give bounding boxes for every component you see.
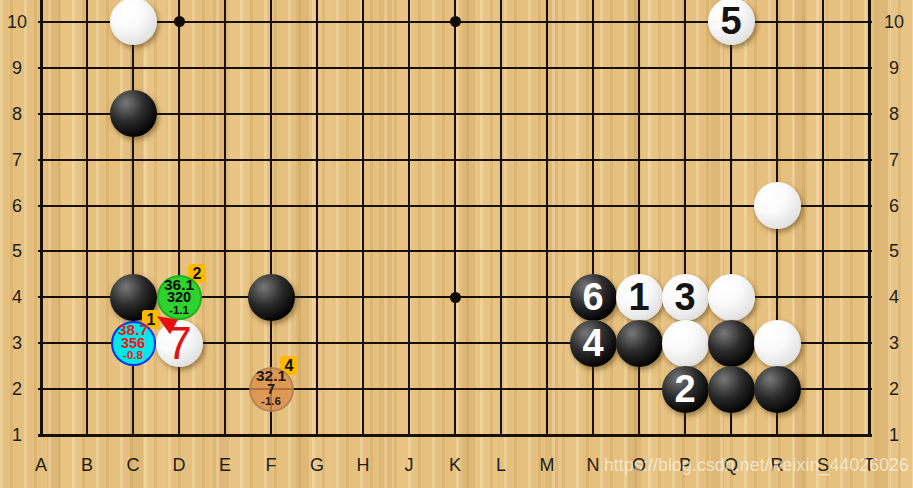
row-label-right-7: 7 — [877, 147, 911, 173]
move-number-P4: 3 — [674, 274, 695, 321]
grid-line-col-N — [592, 0, 594, 437]
grid-line-row-9 — [38, 67, 872, 69]
stone-R6[interactable] — [754, 182, 801, 229]
grid-line-col-S — [822, 0, 824, 437]
stone-N4[interactable]: 6 — [570, 274, 617, 321]
analysis-value-F2-1: 7 — [267, 383, 275, 396]
stone-P2[interactable]: 2 — [662, 366, 709, 413]
grid-line-row-8 — [38, 113, 872, 115]
col-label-A: A — [26, 452, 56, 478]
row-label-left-10: 10 — [0, 9, 34, 35]
stone-C8[interactable] — [110, 90, 157, 137]
csdn-watermark: https://blog.csdn.net/weixin_44026026 — [604, 455, 909, 476]
stone-Q2[interactable] — [708, 366, 755, 413]
stone-P4[interactable]: 3 — [662, 274, 709, 321]
grid-line-col-O — [638, 0, 640, 437]
grid-line-row-1 — [38, 434, 872, 437]
go-board-screenshot: 5761342138.7356-0.8236.1320-1.1432.17-1.… — [0, 0, 913, 488]
col-label-J: J — [394, 452, 424, 478]
analysis-circle-C3[interactable]: 38.7356-0.8 — [111, 321, 156, 366]
analysis-value-C3-2: -0.8 — [123, 349, 143, 362]
grid-line-col-D — [178, 0, 180, 437]
row-label-right-9: 9 — [877, 55, 911, 81]
col-label-G: G — [302, 452, 332, 478]
grid-line-col-J — [408, 0, 410, 437]
row-label-left-5: 5 — [0, 238, 34, 264]
col-label-D: D — [164, 452, 194, 478]
move-number-O4: 1 — [628, 274, 649, 321]
move-number-N3: 4 — [582, 320, 603, 367]
row-label-left-6: 6 — [0, 193, 34, 219]
stone-D3[interactable]: 7 — [156, 320, 203, 367]
analysis-value-D4-2: -1.1 — [169, 304, 189, 317]
row-label-right-8: 8 — [877, 101, 911, 127]
grid-line-col-K — [454, 0, 456, 437]
grid-line-row-7 — [38, 159, 872, 161]
row-label-right-4: 4 — [877, 284, 911, 310]
row-label-right-1: 1 — [877, 422, 911, 448]
col-label-C: C — [118, 452, 148, 478]
move-number-N4: 6 — [582, 274, 603, 321]
row-label-right-5: 5 — [877, 238, 911, 264]
stone-P3[interactable] — [662, 320, 709, 367]
analysis-value-D4-1: 320 — [167, 291, 191, 304]
stone-C10[interactable] — [110, 0, 157, 45]
row-label-left-8: 8 — [0, 101, 34, 127]
row-label-left-7: 7 — [0, 147, 34, 173]
row-label-right-3: 3 — [877, 330, 911, 356]
col-label-M: M — [532, 452, 562, 478]
grid-line-col-A — [40, 0, 43, 437]
row-label-left-1: 1 — [0, 422, 34, 448]
col-label-H: H — [348, 452, 378, 478]
move-number-Q10: 5 — [720, 0, 741, 45]
stone-R2[interactable] — [754, 366, 801, 413]
grid-line-col-M — [546, 0, 548, 437]
grid-line-col-B — [86, 0, 88, 437]
analysis-value-F2-2: -1.6 — [261, 395, 281, 408]
col-label-K: K — [440, 452, 470, 478]
grid-line-col-T — [868, 0, 871, 437]
goban[interactable]: 5761342138.7356-0.8236.1320-1.1432.17-1.… — [0, 0, 913, 488]
col-label-F: F — [256, 452, 286, 478]
analysis-circle-D4[interactable]: 36.1320-1.1 — [157, 275, 202, 320]
col-label-L: L — [486, 452, 516, 478]
row-label-right-10: 10 — [877, 9, 911, 35]
stone-O4[interactable]: 1 — [616, 274, 663, 321]
stone-F4[interactable] — [248, 274, 295, 321]
row-label-left-3: 3 — [0, 330, 34, 356]
stone-N3[interactable]: 4 — [570, 320, 617, 367]
stone-Q3[interactable] — [708, 320, 755, 367]
analysis-value-C3-1: 356 — [121, 337, 145, 350]
analysis-circle-F2[interactable]: 32.17-1.6 — [249, 367, 294, 412]
move-number-P2: 2 — [674, 366, 695, 413]
grid-line-col-C — [132, 0, 134, 437]
grid-line-col-G — [316, 0, 318, 437]
grid-line-col-E — [224, 0, 226, 437]
star-point-D10 — [174, 16, 185, 27]
row-label-left-4: 4 — [0, 284, 34, 310]
col-label-B: B — [72, 452, 102, 478]
col-label-E: E — [210, 452, 240, 478]
stone-O3[interactable] — [616, 320, 663, 367]
star-point-K4 — [450, 292, 461, 303]
grid-line-col-L — [500, 0, 502, 437]
row-label-right-2: 2 — [877, 376, 911, 402]
row-label-left-2: 2 — [0, 376, 34, 402]
grid-line-row-6 — [38, 205, 872, 207]
grid-line-col-H — [362, 0, 364, 437]
row-label-left-9: 9 — [0, 55, 34, 81]
row-label-right-6: 6 — [877, 193, 911, 219]
star-point-K10 — [450, 16, 461, 27]
stone-Q4[interactable] — [708, 274, 755, 321]
stone-Q10[interactable]: 5 — [708, 0, 755, 45]
stone-R3[interactable] — [754, 320, 801, 367]
grid-line-row-5 — [38, 250, 872, 252]
